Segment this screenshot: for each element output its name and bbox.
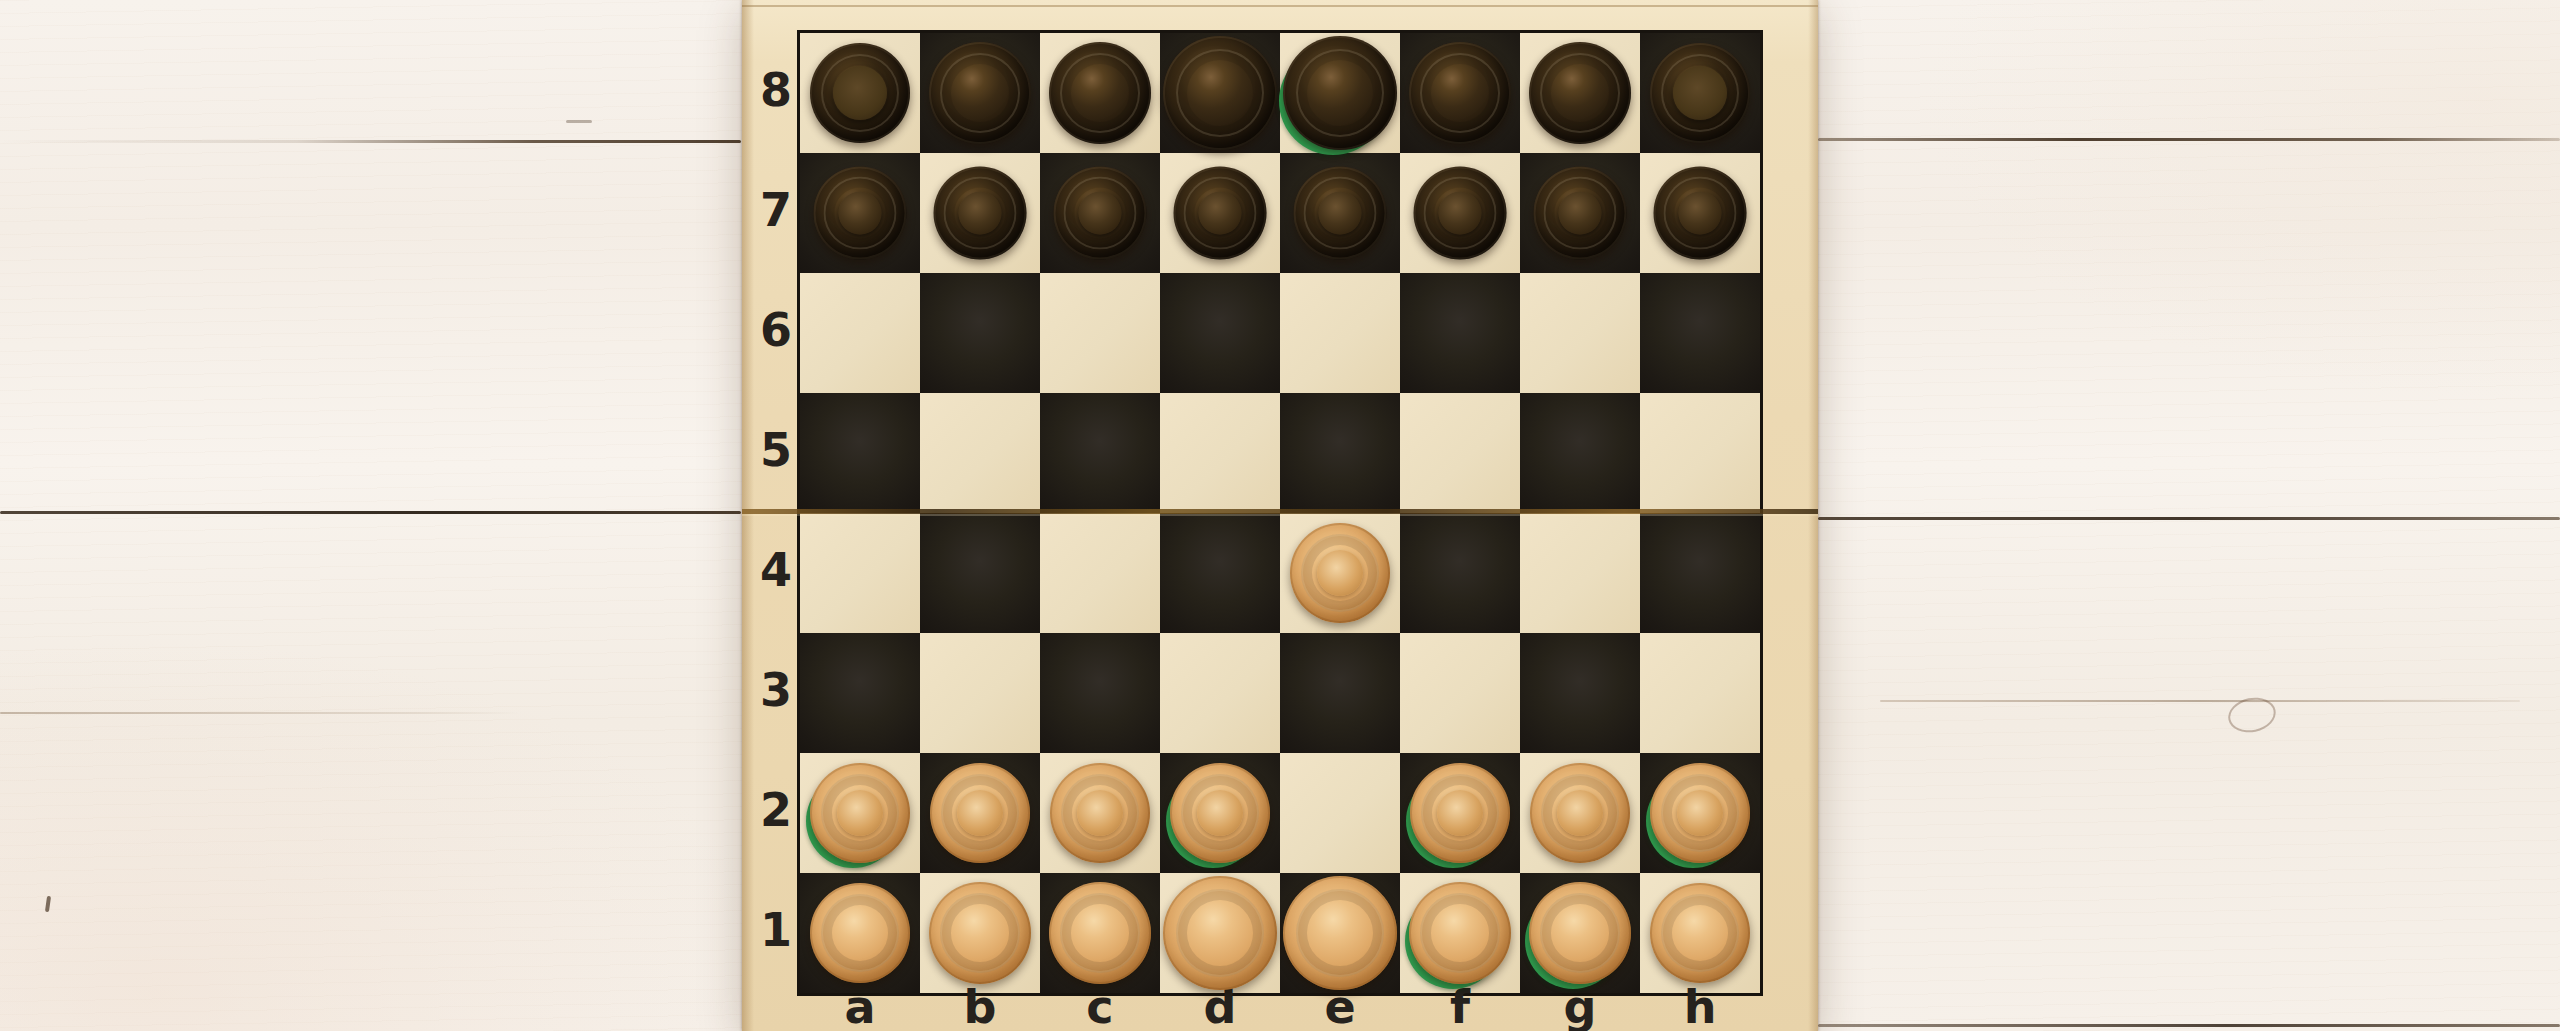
black-pawn-disc xyxy=(1294,167,1387,260)
piece-white-king-e1[interactable]: ♔ xyxy=(1283,876,1397,990)
black-rook-disc xyxy=(1650,43,1750,143)
piece-white-pawn-e4[interactable]: ♙ xyxy=(1290,523,1390,623)
black-queen-disc xyxy=(1163,36,1277,150)
table-plank-seam xyxy=(0,140,741,143)
piece-white-rook-a1[interactable]: ♖ xyxy=(810,883,910,983)
white-pawn-disc xyxy=(1050,763,1150,863)
rank-label-7: 7 xyxy=(754,187,798,233)
piece-white-pawn-h2[interactable]: ♙ xyxy=(1650,763,1750,863)
piece-black-pawn-c7[interactable]: ♟ xyxy=(1054,167,1147,260)
piece-white-bishop-f1[interactable]: ♗ xyxy=(1409,882,1511,984)
white-pawn-disc xyxy=(1410,763,1510,863)
piece-white-queen-d1[interactable]: ♕ xyxy=(1163,876,1277,990)
piece-black-bishop-f8[interactable]: ♝ xyxy=(1409,42,1511,144)
black-knight-disc xyxy=(1529,42,1631,144)
black-pawn-disc xyxy=(1054,167,1147,260)
piece-black-knight-b8[interactable]: ♞ xyxy=(929,42,1031,144)
piece-white-knight-b1[interactable]: ♘ xyxy=(929,882,1031,984)
piece-black-pawn-b7[interactable]: ♟ xyxy=(934,167,1027,260)
rank-label-4: 4 xyxy=(754,547,798,593)
white-rook-disc xyxy=(810,883,910,983)
white-knight-disc xyxy=(929,882,1031,984)
white-pawn-disc xyxy=(810,763,910,863)
black-pawn-disc xyxy=(814,167,907,260)
white-pawn-disc xyxy=(1290,523,1390,623)
rank-label-6: 6 xyxy=(754,307,798,353)
piece-black-rook-h8[interactable]: ♜ xyxy=(1650,43,1750,143)
piece-black-pawn-h7[interactable]: ♟ xyxy=(1654,167,1747,260)
black-pawn-disc xyxy=(1534,167,1627,260)
black-pawn-disc xyxy=(934,167,1027,260)
table-plank-seam xyxy=(1818,517,2560,520)
rank-label-8: 8 xyxy=(754,67,798,113)
table-plank-seam xyxy=(0,712,520,714)
rank-label-1: 1 xyxy=(754,907,798,953)
white-pawn-disc xyxy=(930,763,1030,863)
rank-label-3: 3 xyxy=(754,667,798,713)
white-king-disc xyxy=(1283,876,1397,990)
white-pawn-disc xyxy=(1170,763,1270,863)
piece-white-bishop-c1[interactable]: ♗ xyxy=(1049,882,1151,984)
piece-black-rook-a8[interactable]: ♜ xyxy=(810,43,910,143)
table-plank-seam xyxy=(1880,700,2520,702)
black-rook-disc xyxy=(810,43,910,143)
white-bishop-disc xyxy=(1049,882,1151,984)
black-bishop-disc xyxy=(1049,42,1151,144)
piece-black-pawn-f7[interactable]: ♟ xyxy=(1414,167,1507,260)
piece-black-knight-g8[interactable]: ♞ xyxy=(1529,42,1631,144)
black-knight-disc xyxy=(929,42,1031,144)
wood-mark xyxy=(566,120,592,123)
piece-white-rook-h1[interactable]: ♖ xyxy=(1650,883,1750,983)
piece-black-pawn-d7[interactable]: ♟ xyxy=(1174,167,1267,260)
piece-black-pawn-e7[interactable]: ♟ xyxy=(1294,167,1387,260)
piece-white-pawn-a2[interactable]: ♙ xyxy=(810,763,910,863)
piece-black-queen-d8[interactable]: ♛ xyxy=(1163,36,1277,150)
piece-white-pawn-g2[interactable]: ♙ xyxy=(1530,763,1630,863)
table-plank-seam xyxy=(0,511,741,514)
rank-label-5: 5 xyxy=(754,427,798,473)
piece-black-pawn-g7[interactable]: ♟ xyxy=(1534,167,1627,260)
rank-label-2: 2 xyxy=(754,787,798,833)
piece-black-king-e8[interactable]: ♚ xyxy=(1283,36,1397,150)
photo-stage: ♜♞♝♛♚♝♞♜♟♟♟♟♟♟♟♟♙♙♙♙♙♙♙♙♖♘♗♕♔♗♘♖ 8765432… xyxy=(0,0,2560,1031)
piece-black-bishop-c8[interactable]: ♝ xyxy=(1049,42,1151,144)
chess-board: ♜♞♝♛♚♝♞♜♟♟♟♟♟♟♟♟♙♙♙♙♙♙♙♙♖♘♗♕♔♗♘♖ 8765432… xyxy=(742,0,1818,1031)
white-pawn-disc xyxy=(1650,763,1750,863)
piece-white-pawn-b2[interactable]: ♙ xyxy=(930,763,1030,863)
piece-black-pawn-a7[interactable]: ♟ xyxy=(814,167,907,260)
white-knight-disc xyxy=(1529,882,1631,984)
white-bishop-disc xyxy=(1409,882,1511,984)
piece-white-pawn-d2[interactable]: ♙ xyxy=(1170,763,1270,863)
white-rook-disc xyxy=(1650,883,1750,983)
piece-white-pawn-f2[interactable]: ♙ xyxy=(1410,763,1510,863)
table-plank-seam xyxy=(1818,1024,2560,1027)
piece-white-knight-g1[interactable]: ♘ xyxy=(1529,882,1631,984)
board-top-edge xyxy=(742,5,1818,7)
table-plank-seam xyxy=(1818,138,2560,141)
black-king-disc xyxy=(1283,36,1397,150)
black-pawn-disc xyxy=(1654,167,1747,260)
black-pawn-disc xyxy=(1174,167,1267,260)
white-queen-disc xyxy=(1163,876,1277,990)
board-fold-seam xyxy=(742,509,1818,514)
piece-white-pawn-c2[interactable]: ♙ xyxy=(1050,763,1150,863)
black-pawn-disc xyxy=(1414,167,1507,260)
white-pawn-disc xyxy=(1530,763,1630,863)
black-bishop-disc xyxy=(1409,42,1511,144)
